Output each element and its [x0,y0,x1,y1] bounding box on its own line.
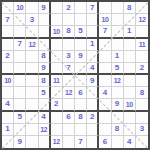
cell-r6c10[interactable] [124,75,136,87]
cell-r11c4[interactable]: 12 [51,136,63,148]
cell-r3c5[interactable] [63,39,75,51]
cell-r0c3[interactable]: 9 [39,2,51,14]
cell-r3c11[interactable]: 11 [136,39,148,51]
cell-r4c2[interactable] [26,51,38,63]
cell-r0c7[interactable]: 7 [87,2,99,14]
cell-r6c11[interactable] [136,75,148,87]
cell-r3c1[interactable]: 7 [14,39,26,51]
cell-r6c6[interactable] [75,75,87,87]
cell-r4c3[interactable]: 8 [39,51,51,63]
cell-r9c11[interactable] [136,112,148,124]
cell-r4c8[interactable] [99,51,111,63]
cell-r7c0[interactable] [2,87,14,99]
cell-r5c3[interactable]: 9 [39,63,51,75]
cell-r8c3[interactable] [39,99,51,111]
cell-r6c5[interactable] [63,75,75,87]
cell-r10c2[interactable] [26,124,38,136]
cell-r11c11[interactable] [136,136,148,148]
cell-r1c10[interactable] [124,14,136,26]
cell-r2c6[interactable]: 5 [75,26,87,38]
cell-r5c4[interactable] [51,63,63,75]
cell-r10c8[interactable] [99,124,111,136]
cell-r0c1[interactable]: 10 [14,2,26,14]
cell-r7c9[interactable] [112,87,124,99]
cell-r9c8[interactable] [99,112,111,124]
cell-r3c7[interactable]: 1 [87,39,99,51]
cell-r2c1[interactable] [14,26,26,38]
cell-r4c7[interactable] [87,51,99,63]
cell-r2c7[interactable] [87,26,99,38]
cell-r3c6[interactable] [75,39,87,51]
cell-r10c6[interactable] [75,124,87,136]
cell-r6c3[interactable]: 8 [39,75,51,87]
cell-r4c10[interactable] [124,51,136,63]
cell-r7c7[interactable] [87,87,99,99]
cell-r10c3[interactable]: 12 [39,124,51,136]
cell-r5c9[interactable]: 5 [112,63,124,75]
cell-r5c10[interactable] [124,63,136,75]
cell-r3c9[interactable] [112,39,124,51]
cell-r0c5[interactable]: 2 [63,2,75,14]
cell-r1c0[interactable]: 7 [2,14,14,26]
cell-r0c2[interactable] [26,2,38,14]
cell-r1c1[interactable] [14,14,26,26]
cell-r0c6[interactable] [75,2,87,14]
cell-r10c7[interactable] [87,124,99,136]
cell-r11c0[interactable] [2,136,14,148]
cell-r8c2[interactable] [26,99,38,111]
cell-r11c5[interactable] [63,136,75,148]
cell-r1c9[interactable] [112,14,124,26]
cell-r0c10[interactable]: 8 [124,2,136,14]
cell-r1c4[interactable] [51,14,63,26]
cell-r7c8[interactable]: 4 [99,87,111,99]
cell-r6c2[interactable] [26,75,38,87]
cell-r6c4[interactable]: 11 [51,75,63,87]
cell-r3c3[interactable] [39,39,51,51]
cell-r9c5[interactable]: 6 [63,112,75,124]
cell-r2c2[interactable] [26,26,38,38]
cell-r7c4[interactable] [51,87,63,99]
cell-r11c1[interactable]: 9 [14,136,26,148]
cell-r5c7[interactable]: 4 [87,63,99,75]
cell-r4c0[interactable]: 2 [2,51,14,63]
cell-r11c9[interactable] [112,136,124,148]
cell-r5c6[interactable] [75,63,87,75]
cell-r1c3[interactable] [39,14,51,26]
cell-r9c7[interactable]: 2 [87,112,99,124]
cell-r0c4[interactable] [51,2,63,14]
cell-r9c9[interactable] [112,112,124,124]
cell-r11c2[interactable] [26,136,38,148]
cell-r10c9[interactable]: 8 [112,124,124,136]
cell-r11c7[interactable] [87,136,99,148]
cell-r7c10[interactable] [124,87,136,99]
cell-r10c11[interactable]: 3 [136,124,148,136]
cell-r3c8[interactable] [99,39,111,51]
cell-r9c1[interactable]: 5 [14,112,26,124]
cell-r0c9[interactable] [112,2,124,14]
cell-r10c5[interactable] [63,124,75,136]
cell-r3c2[interactable]: 12 [26,39,38,51]
cell-r8c10[interactable]: 10 [124,99,136,111]
cell-r11c10[interactable]: 4 [124,136,136,148]
cell-r4c9[interactable]: 1 [112,51,124,63]
cell-r6c0[interactable]: 10 [2,75,14,87]
cell-r1c8[interactable]: 10 [99,14,111,26]
cell-r8c5[interactable] [63,99,75,111]
cell-r4c4[interactable] [51,51,63,63]
cell-r1c5[interactable] [63,14,75,26]
cell-r5c5[interactable]: 7 [63,63,75,75]
cell-r1c2[interactable]: 3 [26,14,38,26]
cell-r11c3[interactable] [39,136,51,148]
cell-r7c1[interactable] [14,87,26,99]
cell-r9c0[interactable] [2,112,14,124]
cell-r8c6[interactable] [75,99,87,111]
cell-r2c9[interactable] [112,26,124,38]
cell-r9c6[interactable]: 8 [75,112,87,124]
cell-r8c4[interactable]: 2 [51,99,63,111]
cell-r2c10[interactable]: 1 [124,26,136,38]
cell-r7c3[interactable]: 5 [39,87,51,99]
cell-r11c6[interactable]: 7 [75,136,87,148]
cell-r9c4[interactable] [51,112,63,124]
cell-r5c8[interactable] [99,63,111,75]
cell-r5c2[interactable] [26,63,38,75]
cell-r10c1[interactable] [14,124,26,136]
cell-r1c7[interactable] [87,14,99,26]
sudoku-board: 1092787310121085717121112839197452108119… [0,0,150,150]
cell-r6c8[interactable] [99,75,111,87]
cell-r0c11[interactable] [136,2,148,14]
cell-r8c11[interactable] [136,99,148,111]
cell-r4c11[interactable] [136,51,148,63]
cell-r1c6[interactable] [75,14,87,26]
cell-r6c1[interactable] [14,75,26,87]
cell-r8c9[interactable]: 9 [112,99,124,111]
cell-r4c5[interactable]: 3 [63,51,75,63]
cell-r5c11[interactable]: 2 [136,63,148,75]
cell-r9c3[interactable]: 4 [39,112,51,124]
cell-r3c10[interactable] [124,39,136,51]
cell-r8c7[interactable] [87,99,99,111]
cell-r0c8[interactable] [99,2,111,14]
cell-r10c10[interactable] [124,124,136,136]
cell-r0c0[interactable] [2,2,14,14]
cell-r3c4[interactable] [51,39,63,51]
cell-r2c4[interactable]: 10 [51,26,63,38]
cell-r2c8[interactable]: 7 [99,26,111,38]
cell-r2c5[interactable]: 8 [63,26,75,38]
cell-r8c1[interactable] [14,99,26,111]
cell-r6c7[interactable]: 9 [87,75,99,87]
cell-r8c0[interactable]: 4 [2,99,14,111]
cell-r11c8[interactable]: 6 [99,136,111,148]
cell-r8c8[interactable] [99,99,111,111]
cell-r4c1[interactable] [14,51,26,63]
cell-r7c11[interactable]: 8 [136,87,148,99]
cell-r7c2[interactable] [26,87,38,99]
cell-r10c4[interactable] [51,124,63,136]
cell-r2c0[interactable] [2,26,14,38]
cell-r6c9[interactable]: 12 [112,75,124,87]
cell-r2c11[interactable] [136,26,148,38]
cell-r5c0[interactable] [2,63,14,75]
cell-r2c3[interactable] [39,26,51,38]
cell-r5c1[interactable] [14,63,26,75]
cell-r1c11[interactable]: 12 [136,14,148,26]
cell-r7c5[interactable]: 12 [63,87,75,99]
cell-r9c2[interactable] [26,112,38,124]
cell-r10c0[interactable]: 1 [2,124,14,136]
cell-r4c6[interactable]: 9 [75,51,87,63]
cell-r3c0[interactable] [2,39,14,51]
cell-r7c6[interactable]: 6 [75,87,87,99]
cell-r9c10[interactable] [124,112,136,124]
